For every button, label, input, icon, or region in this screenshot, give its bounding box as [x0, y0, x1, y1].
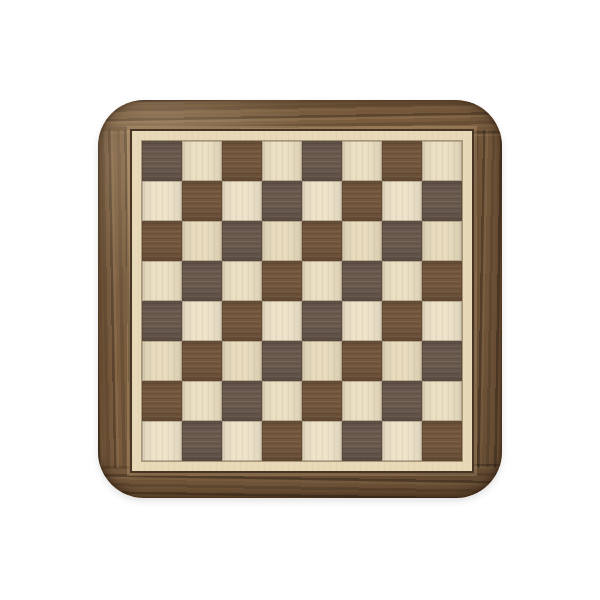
square-r3c2-light[interactable]	[182, 221, 222, 261]
square-r4c1-light[interactable]	[142, 261, 182, 301]
square-r1c4-light[interactable]	[262, 141, 302, 181]
square-r4c3-light[interactable]	[222, 261, 262, 301]
square-r4c2-dark[interactable]	[182, 261, 222, 301]
square-r5c2-light[interactable]	[182, 301, 222, 341]
square-r4c8-dark[interactable]	[422, 261, 462, 301]
square-r1c3-dark[interactable]	[222, 141, 262, 181]
square-r7c2-light[interactable]	[182, 381, 222, 421]
square-r6c3-light[interactable]	[222, 341, 262, 381]
square-r7c3-dark[interactable]	[222, 381, 262, 421]
square-r4c6-dark[interactable]	[342, 261, 382, 301]
square-r2c4-dark[interactable]	[262, 181, 302, 221]
square-r8c8-dark[interactable]	[422, 421, 462, 461]
square-r8c7-light[interactable]	[382, 421, 422, 461]
square-r7c6-light[interactable]	[342, 381, 382, 421]
photo-background	[0, 0, 600, 600]
square-r2c5-light[interactable]	[302, 181, 342, 221]
square-r1c5-dark[interactable]	[302, 141, 342, 181]
square-r7c5-dark[interactable]	[302, 381, 342, 421]
square-r8c6-dark[interactable]	[342, 421, 382, 461]
square-r7c8-light[interactable]	[422, 381, 462, 421]
square-r6c4-dark[interactable]	[262, 341, 302, 381]
square-r1c6-light[interactable]	[342, 141, 382, 181]
chess-board	[98, 100, 502, 498]
square-r3c4-light[interactable]	[262, 221, 302, 261]
square-r8c2-dark[interactable]	[182, 421, 222, 461]
square-r6c2-dark[interactable]	[182, 341, 222, 381]
square-r6c8-dark[interactable]	[422, 341, 462, 381]
square-r8c1-light[interactable]	[142, 421, 182, 461]
square-r3c3-dark[interactable]	[222, 221, 262, 261]
square-r8c3-light[interactable]	[222, 421, 262, 461]
square-r1c1-dark[interactable]	[142, 141, 182, 181]
square-r4c7-light[interactable]	[382, 261, 422, 301]
square-r5c4-light[interactable]	[262, 301, 302, 341]
square-r5c7-dark[interactable]	[382, 301, 422, 341]
square-r7c1-dark[interactable]	[142, 381, 182, 421]
square-r6c7-light[interactable]	[382, 341, 422, 381]
square-r3c7-dark[interactable]	[382, 221, 422, 261]
square-r2c3-light[interactable]	[222, 181, 262, 221]
square-r5c6-light[interactable]	[342, 301, 382, 341]
square-r2c2-dark[interactable]	[182, 181, 222, 221]
square-r6c5-light[interactable]	[302, 341, 342, 381]
square-r3c1-dark[interactable]	[142, 221, 182, 261]
square-r3c8-light[interactable]	[422, 221, 462, 261]
maple-border-inlay	[132, 131, 472, 471]
square-r8c5-light[interactable]	[302, 421, 342, 461]
square-r5c3-dark[interactable]	[222, 301, 262, 341]
square-r2c1-light[interactable]	[142, 181, 182, 221]
square-r3c6-light[interactable]	[342, 221, 382, 261]
square-r8c4-dark[interactable]	[262, 421, 302, 461]
square-r6c6-dark[interactable]	[342, 341, 382, 381]
square-r2c7-light[interactable]	[382, 181, 422, 221]
square-r4c5-light[interactable]	[302, 261, 342, 301]
square-r2c8-dark[interactable]	[422, 181, 462, 221]
square-r2c6-dark[interactable]	[342, 181, 382, 221]
square-r6c1-light[interactable]	[142, 341, 182, 381]
squares-grid	[142, 141, 462, 461]
square-r1c7-dark[interactable]	[382, 141, 422, 181]
square-r3c5-dark[interactable]	[302, 221, 342, 261]
square-r5c5-dark[interactable]	[302, 301, 342, 341]
square-r1c2-light[interactable]	[182, 141, 222, 181]
square-r4c4-dark[interactable]	[262, 261, 302, 301]
square-r7c7-dark[interactable]	[382, 381, 422, 421]
square-r5c8-light[interactable]	[422, 301, 462, 341]
square-r7c4-light[interactable]	[262, 381, 302, 421]
square-r1c8-light[interactable]	[422, 141, 462, 181]
square-r5c1-dark[interactable]	[142, 301, 182, 341]
